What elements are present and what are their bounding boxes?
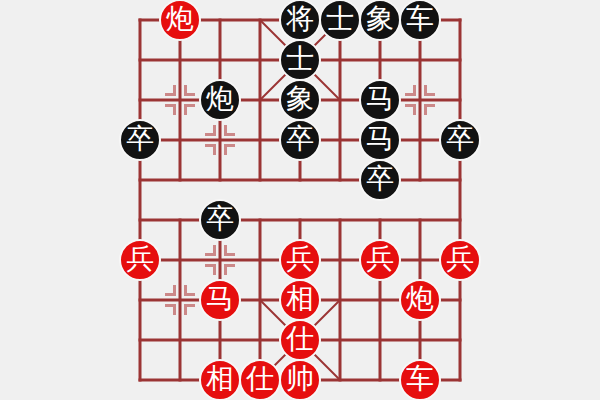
piece-black-horse[interactable]: 马 xyxy=(359,79,401,121)
piece-red-chariot[interactable]: 车 xyxy=(399,359,441,400)
piece-glyph: 卒 xyxy=(206,205,234,233)
piece-glyph: 相 xyxy=(206,365,234,393)
piece-glyph: 马 xyxy=(206,285,234,313)
xiangqi-board: 炮将士象车士炮象马卒卒马卒卒卒兵兵兵兵马相炮仕相仕帅车 xyxy=(0,0,600,400)
piece-glyph: 卒 xyxy=(446,125,474,153)
piece-black-advisor[interactable]: 士 xyxy=(319,0,361,41)
piece-black-horse[interactable]: 马 xyxy=(359,119,401,161)
piece-red-advisor[interactable]: 仕 xyxy=(279,319,321,361)
piece-glyph: 仕 xyxy=(286,325,314,353)
piece-black-soldier[interactable]: 卒 xyxy=(119,119,161,161)
piece-red-elephant[interactable]: 相 xyxy=(199,359,241,400)
piece-red-soldier[interactable]: 兵 xyxy=(279,239,321,281)
piece-glyph: 象 xyxy=(366,5,394,33)
piece-red-general[interactable]: 帅 xyxy=(279,359,321,400)
piece-glyph: 相 xyxy=(286,285,314,313)
piece-glyph: 炮 xyxy=(406,285,434,313)
piece-black-elephant[interactable]: 象 xyxy=(279,79,321,121)
piece-black-soldier[interactable]: 卒 xyxy=(279,119,321,161)
piece-black-advisor[interactable]: 士 xyxy=(279,39,321,81)
piece-black-soldier[interactable]: 卒 xyxy=(359,159,401,201)
piece-black-cannon[interactable]: 炮 xyxy=(199,79,241,121)
piece-glyph: 卒 xyxy=(126,125,154,153)
piece-black-elephant[interactable]: 象 xyxy=(359,0,401,41)
piece-glyph: 帅 xyxy=(286,365,314,393)
piece-glyph: 炮 xyxy=(206,85,234,113)
piece-glyph: 士 xyxy=(286,45,314,73)
piece-glyph: 兵 xyxy=(366,245,394,273)
piece-black-soldier[interactable]: 卒 xyxy=(439,119,481,161)
piece-red-horse[interactable]: 马 xyxy=(199,279,241,321)
piece-glyph: 炮 xyxy=(166,5,194,33)
piece-glyph: 仕 xyxy=(246,365,274,393)
piece-red-cannon[interactable]: 炮 xyxy=(159,0,201,41)
piece-glyph: 兵 xyxy=(446,245,474,273)
piece-glyph: 车 xyxy=(406,365,434,393)
piece-red-soldier[interactable]: 兵 xyxy=(439,239,481,281)
piece-red-soldier[interactable]: 兵 xyxy=(119,239,161,281)
piece-red-elephant[interactable]: 相 xyxy=(279,279,321,321)
piece-glyph: 兵 xyxy=(126,245,154,273)
piece-glyph: 卒 xyxy=(286,125,314,153)
piece-black-chariot[interactable]: 车 xyxy=(399,0,441,41)
piece-glyph: 马 xyxy=(366,125,394,153)
piece-black-soldier[interactable]: 卒 xyxy=(199,199,241,241)
pieces-layer: 炮将士象车士炮象马卒卒马卒卒卒兵兵兵兵马相炮仕相仕帅车 xyxy=(0,0,600,400)
piece-glyph: 卒 xyxy=(366,165,394,193)
piece-red-advisor[interactable]: 仕 xyxy=(239,359,281,400)
piece-glyph: 马 xyxy=(366,85,394,113)
piece-glyph: 将 xyxy=(286,5,314,33)
piece-red-cannon[interactable]: 炮 xyxy=(399,279,441,321)
piece-glyph: 象 xyxy=(286,85,314,113)
piece-black-general[interactable]: 将 xyxy=(279,0,321,41)
piece-glyph: 士 xyxy=(326,5,354,33)
piece-glyph: 车 xyxy=(406,5,434,33)
piece-red-soldier[interactable]: 兵 xyxy=(359,239,401,281)
piece-glyph: 兵 xyxy=(286,245,314,273)
